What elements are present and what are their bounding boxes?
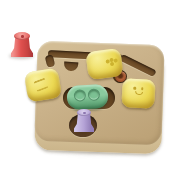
slider-button-emboss-1 xyxy=(74,89,87,102)
face-eye-left xyxy=(133,87,136,90)
paw-print-emboss xyxy=(109,58,113,62)
green-slider[interactable] xyxy=(66,84,108,110)
yellow-lid-right[interactable] xyxy=(121,78,155,109)
cat-face-emboss xyxy=(132,87,145,98)
yellow-lid-top[interactable] xyxy=(85,48,123,80)
face-mouth xyxy=(135,91,143,95)
product-photo-scene xyxy=(0,0,180,180)
red-peg-dimple xyxy=(21,35,24,38)
purple-peg-dimple xyxy=(83,112,86,115)
red-peg[interactable] xyxy=(11,32,33,57)
yellow-lid-left[interactable] xyxy=(24,68,62,103)
purple-peg[interactable] xyxy=(74,109,94,132)
double-marks-emboss xyxy=(33,78,48,93)
face-eye-right xyxy=(141,87,144,90)
slider-button-emboss-2 xyxy=(88,88,101,101)
